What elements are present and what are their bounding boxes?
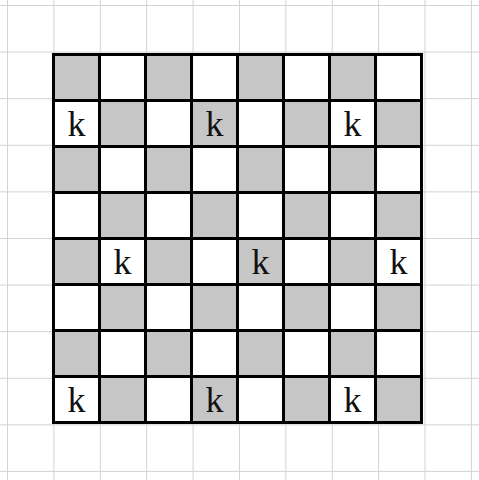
board-cell[interactable] [285, 378, 328, 421]
board-cell[interactable] [285, 148, 328, 191]
board-cell[interactable] [377, 378, 420, 421]
board-cell[interactable] [331, 332, 374, 375]
board-cell[interactable]: k [377, 240, 420, 283]
board-cell[interactable] [55, 56, 98, 99]
board-cell[interactable] [331, 286, 374, 329]
board-cell[interactable] [147, 148, 190, 191]
king-piece: k [344, 382, 362, 418]
board-cell[interactable] [101, 332, 144, 375]
board-cell[interactable] [147, 286, 190, 329]
board-cell[interactable] [239, 148, 282, 191]
board-cell[interactable] [55, 148, 98, 191]
board-cell[interactable] [101, 56, 144, 99]
board-cell[interactable]: k [193, 378, 236, 421]
board-cell[interactable] [239, 56, 282, 99]
board-cell[interactable] [239, 332, 282, 375]
board-cell[interactable] [239, 102, 282, 145]
board-cell[interactable] [377, 194, 420, 237]
board-cell[interactable] [377, 56, 420, 99]
board-cell[interactable] [101, 286, 144, 329]
board-cell[interactable] [193, 332, 236, 375]
king-piece: k [390, 244, 408, 280]
board-cell[interactable] [377, 148, 420, 191]
king-piece: k [114, 244, 132, 280]
board-cell[interactable] [193, 240, 236, 283]
king-piece: k [206, 106, 224, 142]
board-cell[interactable] [55, 194, 98, 237]
board-cell[interactable] [147, 194, 190, 237]
board-cell[interactable] [101, 102, 144, 145]
board-cell[interactable] [331, 56, 374, 99]
board-cell[interactable] [285, 240, 328, 283]
board-cell[interactable]: k [193, 102, 236, 145]
board-cell[interactable] [331, 148, 374, 191]
king-piece: k [206, 382, 224, 418]
graph-paper-background: kkkkkkkkk [0, 0, 479, 480]
board-cell[interactable] [377, 102, 420, 145]
board-cell[interactable] [377, 286, 420, 329]
board-cell[interactable] [101, 194, 144, 237]
board-cell[interactable] [377, 332, 420, 375]
king-piece: k [344, 106, 362, 142]
board-cell[interactable] [331, 194, 374, 237]
board-cell[interactable]: k [331, 378, 374, 421]
board-cell[interactable] [193, 148, 236, 191]
board-cell[interactable] [193, 286, 236, 329]
board-cell[interactable] [193, 56, 236, 99]
board-cell[interactable] [285, 56, 328, 99]
board-cell[interactable] [55, 240, 98, 283]
king-piece: k [68, 382, 86, 418]
king-piece: k [68, 106, 86, 142]
board-cell[interactable]: k [331, 102, 374, 145]
board-cell[interactable] [147, 378, 190, 421]
board-cell[interactable] [239, 194, 282, 237]
board-cell[interactable] [101, 148, 144, 191]
board-cell[interactable] [147, 102, 190, 145]
board-cell[interactable] [239, 378, 282, 421]
board-cell[interactable] [193, 194, 236, 237]
board-cell[interactable]: k [101, 240, 144, 283]
board-cell[interactable]: k [55, 102, 98, 145]
board-cell[interactable]: k [55, 378, 98, 421]
board-cell[interactable] [147, 240, 190, 283]
board-cell[interactable] [55, 332, 98, 375]
board-cell[interactable] [285, 194, 328, 237]
board-cell[interactable] [55, 286, 98, 329]
board-cell[interactable] [285, 286, 328, 329]
board-cell[interactable] [285, 332, 328, 375]
board-cell[interactable] [331, 240, 374, 283]
board-cell[interactable] [147, 56, 190, 99]
board-cell[interactable] [285, 102, 328, 145]
board-cell[interactable] [101, 378, 144, 421]
board-cell[interactable]: k [239, 240, 282, 283]
chess-board: kkkkkkkkk [52, 53, 423, 424]
king-piece: k [252, 244, 270, 280]
board-cell[interactable] [239, 286, 282, 329]
board-cell[interactable] [147, 332, 190, 375]
